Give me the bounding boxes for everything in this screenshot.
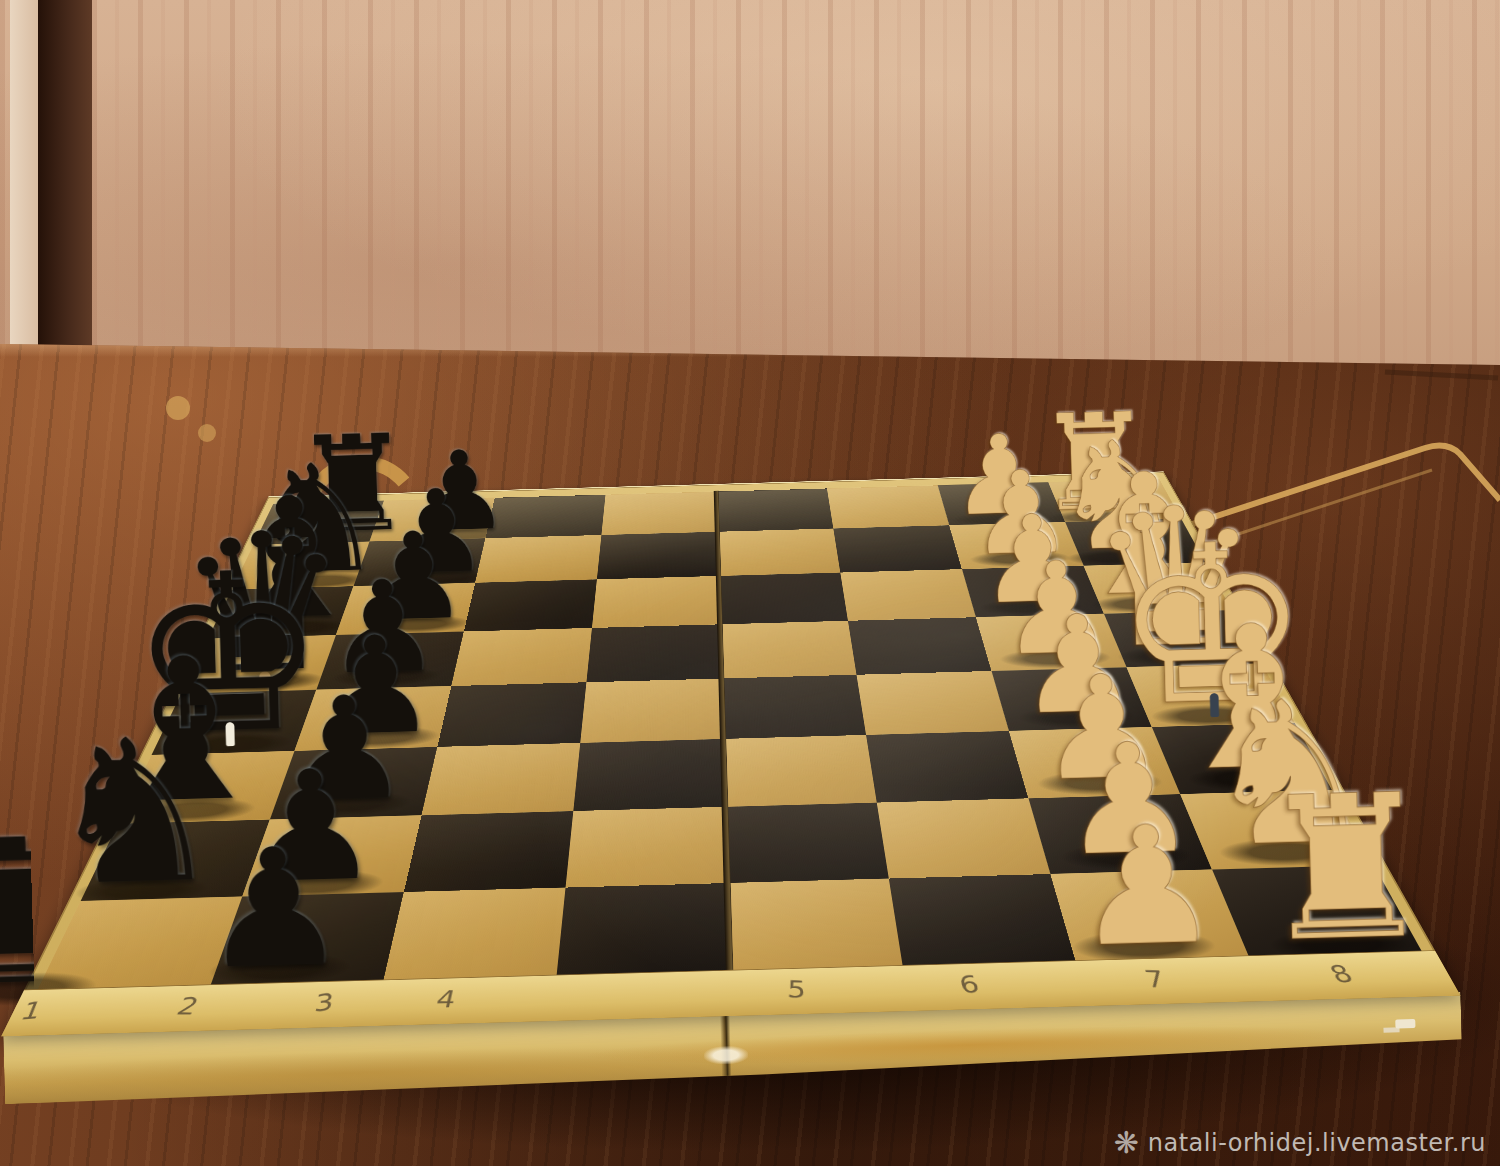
square-b5 bbox=[717, 528, 840, 575]
square-a4 bbox=[601, 492, 717, 535]
snowflake-icon: ❋ bbox=[1114, 1128, 1139, 1158]
watermark-text: natali-orhidej.livemaster.ru bbox=[1148, 1129, 1486, 1157]
square-h6 bbox=[889, 874, 1076, 966]
white-pawn: ♟ bbox=[1072, 810, 1222, 964]
square-e5 bbox=[721, 675, 866, 739]
square-e4 bbox=[580, 679, 723, 743]
wall-panel-edge-light bbox=[10, 0, 38, 368]
square-f5 bbox=[723, 735, 877, 807]
square-g6 bbox=[877, 798, 1051, 879]
wall-panel-edge-dark bbox=[38, 0, 92, 362]
frame-number-6: 6 bbox=[957, 973, 982, 998]
square-f4 bbox=[573, 739, 725, 811]
square-d4 bbox=[586, 624, 721, 682]
scene: ♜♟♟♜♞♟♟♞♝♟♟♝♛♟♟♛♚♟♟♚♝♟♟♝♞♟♟♞♜♟♟♜ 1234567… bbox=[0, 0, 1500, 1166]
square-d6 bbox=[848, 617, 992, 674]
black-rook: ♜ bbox=[0, 819, 106, 1007]
square-g3 bbox=[404, 811, 573, 892]
chess-board: ♜♟♟♜♞♟♟♞♝♟♟♝♛♟♟♛♚♟♟♚♝♟♟♝♞♟♟♞♜♟♟♜ 1234567… bbox=[0, 292, 1472, 1105]
watermark: ❋ natali-orhidej.livemaster.ru bbox=[1114, 1128, 1486, 1158]
square-c5 bbox=[719, 572, 848, 624]
square-d5 bbox=[720, 621, 857, 679]
frame-number-2: 2 bbox=[173, 995, 202, 1019]
square-g4 bbox=[566, 807, 728, 888]
square-a6 bbox=[827, 485, 949, 528]
square-d3 bbox=[451, 628, 592, 686]
frame-number-8: 8 bbox=[1326, 962, 1358, 987]
piece-glyph: ♟ bbox=[199, 833, 349, 987]
square-b4 bbox=[597, 532, 719, 579]
frame-notch bbox=[704, 1046, 748, 1065]
square-g5 bbox=[725, 802, 889, 883]
square-f3 bbox=[422, 743, 581, 815]
square-f6 bbox=[866, 731, 1028, 802]
frame-chip-mark bbox=[1395, 1019, 1415, 1029]
square-a5 bbox=[716, 488, 833, 531]
square-h2: ♟ bbox=[211, 892, 404, 985]
frame-number-4: 4 bbox=[434, 988, 458, 1012]
square-h4 bbox=[557, 883, 730, 975]
piece-glyph: ♜ bbox=[0, 819, 106, 1007]
piece-glyph: ♜ bbox=[1255, 775, 1438, 962]
square-b3 bbox=[475, 535, 601, 583]
square-h8: ♜ bbox=[1212, 865, 1422, 956]
piece-glyph: ♟ bbox=[1072, 810, 1222, 964]
square-c4 bbox=[592, 576, 720, 628]
square-b6 bbox=[833, 525, 962, 572]
black-pawn: ♟ bbox=[199, 833, 349, 987]
frame-number-5: 5 bbox=[787, 978, 807, 1002]
white-rook: ♜ bbox=[1255, 775, 1438, 962]
frame-number-3: 3 bbox=[313, 990, 335, 1015]
square-e6 bbox=[856, 671, 1008, 735]
square-h7: ♟ bbox=[1050, 870, 1248, 961]
board-top: ♜♟♟♜♞♟♟♞♝♟♟♝♛♟♟♛♚♟♟♚♝♟♟♝♞♟♟♞♜♟♟♜ 1234567… bbox=[1, 471, 1460, 1036]
square-h3 bbox=[384, 888, 566, 981]
square-c6 bbox=[840, 569, 976, 621]
frame-number-7: 7 bbox=[1143, 968, 1168, 992]
square-e3 bbox=[437, 682, 586, 747]
square-c3 bbox=[464, 579, 597, 631]
square-h5 bbox=[727, 879, 902, 971]
